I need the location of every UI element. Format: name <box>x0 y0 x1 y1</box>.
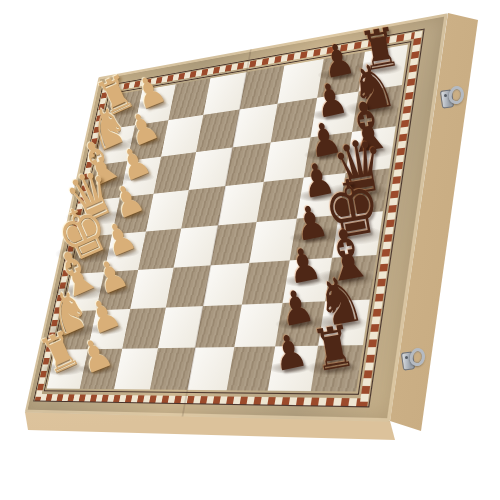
square-g7 <box>275 301 325 346</box>
square-d8 <box>339 168 390 215</box>
clasp-top <box>441 84 475 112</box>
chess-board <box>25 13 448 422</box>
square-h8 <box>311 345 363 391</box>
clasp-screw-icon <box>444 94 447 97</box>
square-c8 <box>346 126 396 173</box>
product-photo-scene: ♜♞♝♛♚♝♞♜♟♟♟♟♟♟♟♟♟♟♟♟♟♟♟♟♜♞♝♛♚♝♞♜ <box>0 0 500 500</box>
square-b8 <box>352 85 402 132</box>
square-e8 <box>332 211 383 258</box>
square-e7 <box>290 215 339 260</box>
square-f7 <box>283 258 333 303</box>
square-f8 <box>325 255 376 301</box>
clasp-screw-icon <box>405 356 408 359</box>
square-g8 <box>318 300 370 346</box>
square-h7 <box>268 346 318 391</box>
clasp-bottom <box>402 346 436 374</box>
